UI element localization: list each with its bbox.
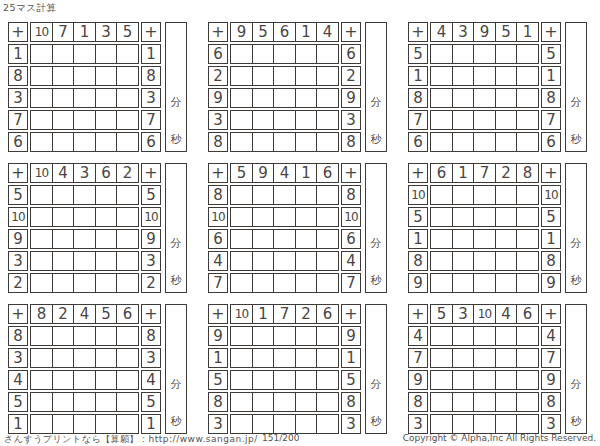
answer-cell[interactable] xyxy=(252,326,275,346)
answer-cell[interactable] xyxy=(95,414,118,434)
answer-cell[interactable] xyxy=(516,185,539,205)
answer-cell[interactable] xyxy=(252,370,275,390)
answer-cell[interactable] xyxy=(295,326,318,346)
answer-cell[interactable] xyxy=(252,273,275,293)
answer-cell[interactable] xyxy=(30,185,53,205)
answer-cell[interactable] xyxy=(295,88,318,108)
answer-cell[interactable] xyxy=(95,66,118,86)
answer-cells xyxy=(430,348,539,368)
answer-cell[interactable] xyxy=(430,348,453,368)
answer-cell[interactable] xyxy=(273,185,296,205)
minutes-label: 分 xyxy=(366,377,386,392)
answer-cell[interactable] xyxy=(252,110,275,130)
timer-box[interactable]: 分秒 xyxy=(565,304,587,434)
row-header-cell: 10 xyxy=(408,185,428,205)
answer-cell[interactable] xyxy=(495,88,518,108)
answer-cell[interactable] xyxy=(316,392,339,412)
answer-cell[interactable] xyxy=(30,66,53,86)
answer-cell[interactable] xyxy=(273,392,296,412)
answer-cell[interactable] xyxy=(452,229,475,249)
answer-cell[interactable] xyxy=(116,207,139,227)
answer-cell[interactable] xyxy=(516,273,539,293)
answer-cell[interactable] xyxy=(452,392,475,412)
column-header-cell: 6 xyxy=(95,163,118,183)
seconds-label: 秒 xyxy=(566,273,586,288)
answer-cell[interactable] xyxy=(116,273,139,293)
answer-cell[interactable] xyxy=(273,326,296,346)
answer-cell[interactable] xyxy=(430,370,453,390)
answer-cell[interactable] xyxy=(295,370,318,390)
grid-row: 99 xyxy=(408,370,561,390)
answer-cell[interactable] xyxy=(316,110,339,130)
answer-cell[interactable] xyxy=(73,414,96,434)
answer-cell[interactable] xyxy=(30,207,53,227)
answer-cell[interactable] xyxy=(495,414,518,434)
answer-cell[interactable] xyxy=(230,110,253,130)
answer-cell[interactable] xyxy=(95,185,118,205)
column-header-cell: 5 xyxy=(252,22,275,42)
answer-cell[interactable] xyxy=(273,207,296,227)
row-header-cell: 4 xyxy=(8,370,28,390)
answer-cell[interactable] xyxy=(473,66,496,86)
answer-cell[interactable] xyxy=(452,348,475,368)
column-header-cell: 4 xyxy=(273,163,296,183)
timer-box[interactable]: 分秒 xyxy=(165,22,187,152)
answer-cell[interactable] xyxy=(495,326,518,346)
answer-cell[interactable] xyxy=(252,207,275,227)
answer-cell[interactable] xyxy=(116,88,139,108)
answer-cell[interactable] xyxy=(52,66,75,86)
answer-cell[interactable] xyxy=(95,251,118,271)
answer-cell[interactable] xyxy=(116,414,139,434)
answer-cell[interactable] xyxy=(516,251,539,271)
answer-cell[interactable] xyxy=(273,370,296,390)
answer-cell[interactable] xyxy=(273,132,296,152)
grid-row: +107135+ xyxy=(8,22,161,42)
answer-cell[interactable] xyxy=(495,132,518,152)
answer-cell[interactable] xyxy=(73,392,96,412)
answer-cell[interactable] xyxy=(252,348,275,368)
row-header-cell: 5 xyxy=(408,44,428,64)
operator-cell: + xyxy=(208,22,228,42)
row-header-cell: 9 xyxy=(408,370,428,390)
answer-cell[interactable] xyxy=(316,273,339,293)
answer-cell[interactable] xyxy=(52,326,75,346)
answer-cell[interactable] xyxy=(273,348,296,368)
minutes-label: 分 xyxy=(166,95,186,110)
column-header-cell: 5 xyxy=(95,304,118,324)
answer-cell[interactable] xyxy=(95,207,118,227)
answer-cell[interactable] xyxy=(252,66,275,86)
answer-cells xyxy=(230,273,339,293)
answer-cell[interactable] xyxy=(495,251,518,271)
answer-cell[interactable] xyxy=(452,273,475,293)
answer-cell[interactable] xyxy=(316,251,339,271)
answer-cell[interactable] xyxy=(316,370,339,390)
row-header-cell: 5 xyxy=(141,392,161,412)
answer-cell[interactable] xyxy=(473,229,496,249)
answer-cell[interactable] xyxy=(116,348,139,368)
answer-cell[interactable] xyxy=(516,110,539,130)
answer-cell[interactable] xyxy=(316,414,339,434)
answer-cell[interactable] xyxy=(473,207,496,227)
grid-row: 1010 xyxy=(208,207,361,227)
answer-cell[interactable] xyxy=(452,207,475,227)
answer-cell[interactable] xyxy=(495,185,518,205)
answer-cell[interactable] xyxy=(430,44,453,64)
answer-cell[interactable] xyxy=(273,229,296,249)
answer-cell[interactable] xyxy=(116,44,139,64)
answer-cell[interactable] xyxy=(95,273,118,293)
answer-cell[interactable] xyxy=(116,392,139,412)
answer-cell[interactable] xyxy=(52,414,75,434)
answer-cell[interactable] xyxy=(52,88,75,108)
answer-cells xyxy=(230,326,339,346)
answer-cell[interactable] xyxy=(316,44,339,64)
answer-cell[interactable] xyxy=(73,370,96,390)
timer-box[interactable]: 分秒 xyxy=(365,163,387,293)
column-header-cell: 5 xyxy=(230,163,253,183)
column-header-cell: 4 xyxy=(316,22,339,42)
column-header-cell: 4 xyxy=(52,163,75,183)
answer-cell[interactable] xyxy=(452,370,475,390)
row-header-cell: 8 xyxy=(541,251,561,271)
answer-cell[interactable] xyxy=(95,326,118,346)
answer-cell[interactable] xyxy=(116,370,139,390)
grid-row: 88 xyxy=(208,185,361,205)
answer-cell[interactable] xyxy=(295,392,318,412)
answer-cell[interactable] xyxy=(430,207,453,227)
answer-cell[interactable] xyxy=(473,132,496,152)
puzzle-block: +107135+1188337766分秒 xyxy=(8,22,187,152)
answer-cell[interactable] xyxy=(73,88,96,108)
answer-cell[interactable] xyxy=(252,229,275,249)
answer-cell[interactable] xyxy=(230,414,253,434)
answer-cell[interactable] xyxy=(452,44,475,64)
column-header-cell: 2 xyxy=(295,304,318,324)
operator-cell: + xyxy=(141,304,161,324)
answer-cell[interactable] xyxy=(516,207,539,227)
answer-cell[interactable] xyxy=(316,66,339,86)
answer-cell[interactable] xyxy=(516,132,539,152)
answer-cell[interactable] xyxy=(30,132,53,152)
answer-cell[interactable] xyxy=(95,229,118,249)
answer-cell[interactable] xyxy=(516,348,539,368)
answer-cell[interactable] xyxy=(52,229,75,249)
answer-cell[interactable] xyxy=(273,44,296,64)
row-header-cell: 3 xyxy=(408,414,428,434)
answer-cell[interactable] xyxy=(430,273,453,293)
grid-row: 11 xyxy=(408,66,561,86)
answer-cell[interactable] xyxy=(95,88,118,108)
answer-cell[interactable] xyxy=(316,185,339,205)
answer-cell[interactable] xyxy=(295,207,318,227)
answer-cell[interactable] xyxy=(230,392,253,412)
answer-cell[interactable] xyxy=(52,273,75,293)
answer-cell[interactable] xyxy=(95,370,118,390)
answer-cell[interactable] xyxy=(252,392,275,412)
answer-cell[interactable] xyxy=(452,185,475,205)
answer-cell[interactable] xyxy=(316,207,339,227)
answer-cell[interactable] xyxy=(52,251,75,271)
answer-cell[interactable] xyxy=(516,326,539,346)
answer-cell[interactable] xyxy=(452,251,475,271)
timer-box[interactable]: 分秒 xyxy=(565,22,587,152)
answer-cell[interactable] xyxy=(495,229,518,249)
answer-cell[interactable] xyxy=(52,110,75,130)
answer-cell[interactable] xyxy=(295,414,318,434)
answer-cell[interactable] xyxy=(73,44,96,64)
addition-grid: +107135+1188337766 xyxy=(8,22,161,152)
answer-cell[interactable] xyxy=(473,348,496,368)
answer-cell[interactable] xyxy=(452,110,475,130)
answer-cell[interactable] xyxy=(30,414,53,434)
answer-cell[interactable] xyxy=(230,44,253,64)
footer-site-link: さんすうプリントなら【算願】：http://www.sangan.jp/ xyxy=(4,433,258,446)
answer-cell[interactable] xyxy=(495,392,518,412)
grid-row: 11 xyxy=(8,414,161,434)
answer-cell[interactable] xyxy=(73,207,96,227)
answer-cell[interactable] xyxy=(73,229,96,249)
answer-cell[interactable] xyxy=(316,132,339,152)
answer-cell[interactable] xyxy=(295,44,318,64)
grid-row: 44 xyxy=(208,251,361,271)
answer-cell[interactable] xyxy=(516,414,539,434)
footer: さんすうプリントなら【算願】：http://www.sangan.jp/ 151… xyxy=(0,433,600,446)
answer-cell[interactable] xyxy=(452,414,475,434)
answer-cell[interactable] xyxy=(273,273,296,293)
answer-cell[interactable] xyxy=(95,348,118,368)
answer-cell[interactable] xyxy=(473,44,496,64)
row-header-cell: 1 xyxy=(541,229,561,249)
answer-cell[interactable] xyxy=(295,66,318,86)
answer-cell[interactable] xyxy=(230,185,253,205)
answer-cell[interactable] xyxy=(116,66,139,86)
answer-cell[interactable] xyxy=(73,185,96,205)
answer-cell[interactable] xyxy=(116,110,139,130)
answer-cell[interactable] xyxy=(495,110,518,130)
answer-cell[interactable] xyxy=(252,185,275,205)
timer-box[interactable]: 分秒 xyxy=(165,304,187,434)
answer-cell[interactable] xyxy=(430,66,453,86)
answer-cell[interactable] xyxy=(52,132,75,152)
answer-cell[interactable] xyxy=(95,44,118,64)
answer-cell[interactable] xyxy=(252,414,275,434)
column-header-cell: 1 xyxy=(516,22,539,42)
answer-cell[interactable] xyxy=(430,132,453,152)
puzzle-block: +531046+4477998833分秒 xyxy=(408,304,587,434)
answer-cell[interactable] xyxy=(430,414,453,434)
answer-cell[interactable] xyxy=(52,44,75,64)
column-header-cells: 43951 xyxy=(430,22,539,42)
answer-cell[interactable] xyxy=(495,207,518,227)
answer-cell[interactable] xyxy=(473,185,496,205)
answer-cell[interactable] xyxy=(95,110,118,130)
answer-cell[interactable] xyxy=(52,207,75,227)
grid-row: 33 xyxy=(408,414,561,434)
answer-cell[interactable] xyxy=(452,132,475,152)
timer-box[interactable]: 分秒 xyxy=(365,304,387,434)
answer-cell[interactable] xyxy=(252,88,275,108)
answer-cell[interactable] xyxy=(73,348,96,368)
operator-cell: + xyxy=(8,22,28,42)
answer-cell[interactable] xyxy=(516,370,539,390)
answer-cell[interactable] xyxy=(473,326,496,346)
answer-cell[interactable] xyxy=(230,251,253,271)
row-header-cell: 7 xyxy=(208,273,228,293)
answer-cell[interactable] xyxy=(452,88,475,108)
answer-cell[interactable] xyxy=(295,273,318,293)
answer-cell[interactable] xyxy=(52,392,75,412)
answer-cell[interactable] xyxy=(495,44,518,64)
answer-cell[interactable] xyxy=(295,110,318,130)
grid-row: 77 xyxy=(8,110,161,130)
answer-cell[interactable] xyxy=(295,251,318,271)
answer-cell[interactable] xyxy=(95,132,118,152)
answer-cell[interactable] xyxy=(73,66,96,86)
answer-cell[interactable] xyxy=(473,370,496,390)
answer-cell[interactable] xyxy=(30,251,53,271)
column-header-cell: 1 xyxy=(295,22,318,42)
answer-cell[interactable] xyxy=(516,229,539,249)
answer-cell[interactable] xyxy=(316,348,339,368)
answer-cells xyxy=(30,273,139,293)
answer-cell[interactable] xyxy=(430,229,453,249)
answer-cell[interactable] xyxy=(230,273,253,293)
answer-cell[interactable] xyxy=(230,370,253,390)
answer-cell[interactable] xyxy=(52,370,75,390)
answer-cell[interactable] xyxy=(30,229,53,249)
answer-cell[interactable] xyxy=(30,110,53,130)
row-header-cell: 1 xyxy=(541,66,561,86)
answer-cell[interactable] xyxy=(116,185,139,205)
answer-cell[interactable] xyxy=(430,251,453,271)
answer-cell[interactable] xyxy=(230,66,253,86)
answer-cell[interactable] xyxy=(73,273,96,293)
answer-cell[interactable] xyxy=(252,132,275,152)
row-header-cell: 8 xyxy=(141,326,161,346)
answer-cell[interactable] xyxy=(73,251,96,271)
answer-cell[interactable] xyxy=(430,88,453,108)
answer-cell[interactable] xyxy=(316,88,339,108)
answer-cell[interactable] xyxy=(430,185,453,205)
answer-cell[interactable] xyxy=(495,273,518,293)
answer-cell[interactable] xyxy=(273,110,296,130)
answer-cell[interactable] xyxy=(52,348,75,368)
answer-cell[interactable] xyxy=(230,207,253,227)
answer-cell[interactable] xyxy=(430,326,453,346)
answer-cell[interactable] xyxy=(452,66,475,86)
answer-cell[interactable] xyxy=(495,370,518,390)
answer-cell[interactable] xyxy=(116,132,139,152)
answer-cell[interactable] xyxy=(30,348,53,368)
answer-cells xyxy=(430,44,539,64)
timer-box[interactable]: 分秒 xyxy=(365,22,387,152)
answer-cell[interactable] xyxy=(473,88,496,108)
answer-cell[interactable] xyxy=(473,273,496,293)
answer-cell[interactable] xyxy=(230,348,253,368)
answer-cell[interactable] xyxy=(73,326,96,346)
answer-cell[interactable] xyxy=(73,132,96,152)
answer-cell[interactable] xyxy=(295,132,318,152)
answer-cell[interactable] xyxy=(30,273,53,293)
answer-cell[interactable] xyxy=(273,251,296,271)
answer-cell[interactable] xyxy=(230,229,253,249)
row-header-cell: 5 xyxy=(208,370,228,390)
answer-cell[interactable] xyxy=(252,251,275,271)
row-header-cell: 7 xyxy=(408,110,428,130)
answer-cell[interactable] xyxy=(252,44,275,64)
grid-row: 88 xyxy=(408,88,561,108)
answer-cell[interactable] xyxy=(273,414,296,434)
row-header-cell: 9 xyxy=(541,370,561,390)
seconds-label: 秒 xyxy=(366,273,386,288)
answer-cell[interactable] xyxy=(295,229,318,249)
answer-cell[interactable] xyxy=(295,348,318,368)
answer-cell[interactable] xyxy=(316,229,339,249)
answer-cell[interactable] xyxy=(230,326,253,346)
answer-cell[interactable] xyxy=(30,392,53,412)
answer-cell[interactable] xyxy=(473,414,496,434)
answer-cell[interactable] xyxy=(273,66,296,86)
answer-cell[interactable] xyxy=(516,392,539,412)
answer-cell[interactable] xyxy=(473,251,496,271)
answer-cell[interactable] xyxy=(516,66,539,86)
answer-cell[interactable] xyxy=(516,88,539,108)
row-header-cell: 9 xyxy=(8,229,28,249)
answer-cell[interactable] xyxy=(30,370,53,390)
answer-cell[interactable] xyxy=(473,392,496,412)
answer-cell[interactable] xyxy=(230,88,253,108)
answer-cell[interactable] xyxy=(473,110,496,130)
answer-cell[interactable] xyxy=(116,229,139,249)
grid-row: 77 xyxy=(408,110,561,130)
answer-cell[interactable] xyxy=(73,110,96,130)
answer-cell[interactable] xyxy=(295,185,318,205)
answer-cell[interactable] xyxy=(495,66,518,86)
answer-cell[interactable] xyxy=(452,326,475,346)
row-header-cell: 9 xyxy=(208,326,228,346)
answer-cell[interactable] xyxy=(30,44,53,64)
row-header-cell: 10 xyxy=(341,207,361,227)
row-header-cell: 3 xyxy=(141,88,161,108)
column-header-cells: 531046 xyxy=(430,304,539,324)
answer-cell[interactable] xyxy=(95,392,118,412)
answer-cell[interactable] xyxy=(52,185,75,205)
answer-cell[interactable] xyxy=(230,132,253,152)
grid-row: 55 xyxy=(208,370,361,390)
answer-cell[interactable] xyxy=(516,44,539,64)
row-header-cell: 5 xyxy=(341,370,361,390)
answer-cell[interactable] xyxy=(430,110,453,130)
answer-cell[interactable] xyxy=(495,348,518,368)
column-header-cell: 2 xyxy=(52,304,75,324)
answer-cells xyxy=(430,251,539,271)
answer-cell[interactable] xyxy=(30,88,53,108)
answer-cell[interactable] xyxy=(316,326,339,346)
timer-box[interactable]: 分秒 xyxy=(165,163,187,293)
answer-cell[interactable] xyxy=(30,326,53,346)
grid-row: +531046+ xyxy=(408,304,561,324)
puzzle-block: +101726+9911558833分秒 xyxy=(208,304,387,434)
answer-cells xyxy=(430,207,539,227)
answer-cell[interactable] xyxy=(116,326,139,346)
answer-cell[interactable] xyxy=(430,392,453,412)
answer-cell[interactable] xyxy=(273,88,296,108)
answer-cells xyxy=(30,392,139,412)
timer-box[interactable]: 分秒 xyxy=(565,163,587,293)
answer-cell[interactable] xyxy=(116,251,139,271)
